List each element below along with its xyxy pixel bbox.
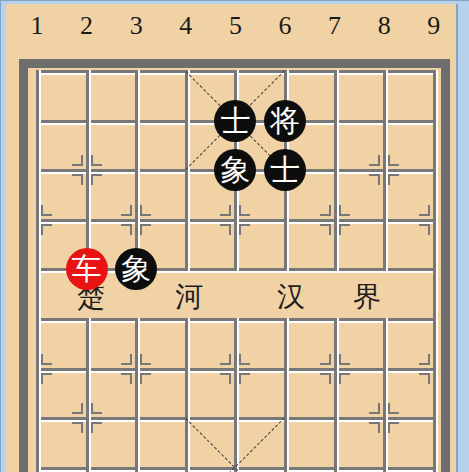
grid-line-file-3-bottom xyxy=(135,318,140,472)
point-marker xyxy=(369,403,399,433)
river-text-3: 汉 xyxy=(277,278,305,316)
point-marker-arm xyxy=(369,155,380,166)
point-marker xyxy=(72,155,102,185)
point-marker-arm xyxy=(239,224,250,235)
grid-line-file-9 xyxy=(433,70,438,472)
point-marker xyxy=(121,354,151,384)
xiangqi-board[interactable]: 楚河汉界士将象士车象 xyxy=(6,4,456,472)
point-marker xyxy=(320,354,350,384)
grid-line-file-8-bottom xyxy=(383,318,388,472)
point-marker-arm xyxy=(320,354,331,365)
point-marker-arm xyxy=(72,155,83,166)
point-marker xyxy=(72,403,102,433)
point-marker-arm xyxy=(41,224,52,235)
point-marker xyxy=(121,205,151,235)
point-marker-arm xyxy=(140,205,151,216)
point-marker-arm xyxy=(339,373,350,384)
point-marker-arm xyxy=(388,174,399,185)
point-marker-arm xyxy=(140,373,151,384)
point-marker-arm xyxy=(239,373,250,384)
point-marker-arm xyxy=(369,403,380,414)
point-marker-arm xyxy=(72,422,83,433)
app-window: 123456789 楚河汉界士将象士车象 xyxy=(0,0,469,472)
river-text-2: 河 xyxy=(175,278,203,316)
grid-line-file-4-top xyxy=(185,70,190,271)
point-marker-arm xyxy=(121,354,132,365)
grid-line-file-4-bottom xyxy=(185,318,190,472)
point-marker-arm xyxy=(339,205,350,216)
point-marker-arm xyxy=(41,205,52,216)
point-marker-arm xyxy=(220,205,231,216)
black-general[interactable]: 将 xyxy=(264,100,306,142)
point-marker-arm xyxy=(41,354,52,365)
point-marker-arm xyxy=(220,224,231,235)
point-marker xyxy=(22,354,52,384)
point-marker-arm xyxy=(91,422,102,433)
river-text-4: 界 xyxy=(353,278,381,316)
black-elephant-b[interactable]: 象 xyxy=(115,248,157,290)
point-marker-arm xyxy=(419,373,430,384)
point-marker-arm xyxy=(220,354,231,365)
point-marker xyxy=(369,155,399,185)
grid-line-file-5-bottom xyxy=(234,318,239,472)
grid-line-file-6-bottom xyxy=(284,318,289,472)
point-marker-arm xyxy=(419,224,430,235)
point-marker xyxy=(220,205,250,235)
point-marker-arm xyxy=(320,373,331,384)
point-marker-arm xyxy=(72,403,83,414)
point-marker-arm xyxy=(339,224,350,235)
red-chariot[interactable]: 车 xyxy=(66,248,108,290)
grid-line-file-1 xyxy=(36,70,41,472)
board-panel: 123456789 楚河汉界士将象士车象 xyxy=(6,4,458,472)
point-marker-arm xyxy=(239,354,250,365)
point-marker xyxy=(220,354,250,384)
point-marker-arm xyxy=(41,373,52,384)
point-marker-arm xyxy=(91,174,102,185)
grid-line-file-7-bottom xyxy=(334,318,339,472)
point-marker-arm xyxy=(72,174,83,185)
black-advisor-b[interactable]: 士 xyxy=(264,149,306,191)
point-marker-arm xyxy=(91,403,102,414)
point-marker-arm xyxy=(121,205,132,216)
point-marker-arm xyxy=(419,354,430,365)
point-marker-arm xyxy=(388,155,399,166)
grid-line-file-2-bottom xyxy=(86,318,91,472)
point-marker-arm xyxy=(140,224,151,235)
black-advisor-a[interactable]: 士 xyxy=(214,100,256,142)
grid-line-file-7-top xyxy=(334,70,339,271)
point-marker-arm xyxy=(239,205,250,216)
point-marker-arm xyxy=(369,422,380,433)
point-marker-arm xyxy=(369,174,380,185)
point-marker-arm xyxy=(419,205,430,216)
point-marker-arm xyxy=(388,422,399,433)
point-marker xyxy=(419,205,449,235)
point-marker xyxy=(320,205,350,235)
point-marker xyxy=(419,354,449,384)
point-marker-arm xyxy=(320,224,331,235)
grid-line-file-3-top xyxy=(135,70,140,271)
point-marker-arm xyxy=(220,373,231,384)
black-elephant-a[interactable]: 象 xyxy=(214,149,256,191)
point-marker-arm xyxy=(140,354,151,365)
point-marker-arm xyxy=(339,354,350,365)
point-marker-arm xyxy=(388,403,399,414)
point-marker xyxy=(22,205,52,235)
point-marker-arm xyxy=(91,155,102,166)
point-marker-arm xyxy=(320,205,331,216)
point-marker-arm xyxy=(121,373,132,384)
point-marker-arm xyxy=(121,224,132,235)
